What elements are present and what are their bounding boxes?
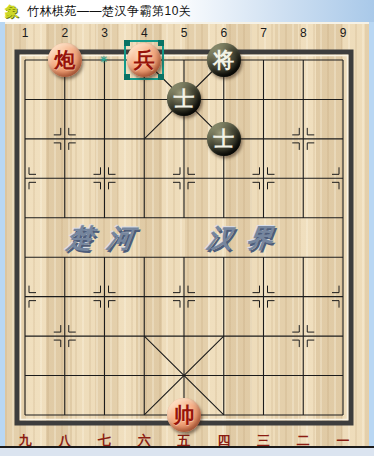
window-title: 竹林棋苑——楚汉争霸第10关 [27,3,191,20]
last-move-from-marker: ✳ [100,55,108,65]
file-label: 2 [54,26,76,40]
window-border-right [369,22,374,446]
piece-black-advisor[interactable]: 士 [207,122,241,156]
piece-black-general[interactable]: 将 [207,43,241,77]
piece-red-soldier[interactable]: 兵 [127,43,161,77]
file-label: 3 [94,26,116,40]
piece-red-cannon[interactable]: 炮 [48,43,82,77]
file-label: 1 [14,26,36,40]
piece-red-general[interactable]: 帅 [167,398,201,432]
xiangqi-board: 123456789 楚河 汉界 九八七六五四三二一 炮兵将士士帅✳ [5,22,369,446]
app-icon: 象 [5,3,21,19]
file-label: 4 [133,26,155,40]
file-label: 9 [332,26,354,40]
app-window: 象 竹林棋苑——楚汉争霸第10关 123456789 楚河 汉界 九八七六五四三… [0,0,374,456]
title-bar: 象 竹林棋苑——楚汉争霸第10关 [0,0,374,22]
file-label: 5 [173,26,195,40]
file-label: 6 [213,26,235,40]
window-border-bottom [0,446,374,456]
file-label: 8 [292,26,314,40]
file-label: 7 [253,26,275,40]
